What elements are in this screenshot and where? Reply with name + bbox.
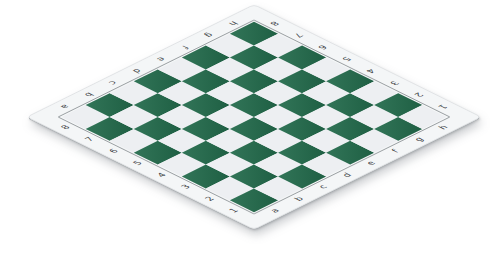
- board-grid: [62, 22, 447, 212]
- chess-board: abcdefgh abcdefgh 87654321 87654321: [26, 4, 481, 229]
- product-photo-scene: abcdefgh abcdefgh 87654321 87654321: [0, 0, 500, 263]
